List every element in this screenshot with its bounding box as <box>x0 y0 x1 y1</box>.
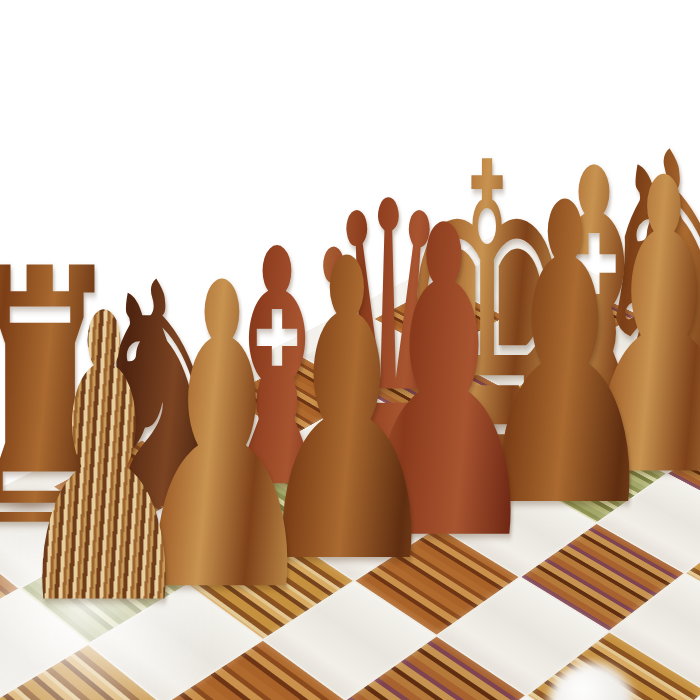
chess-set-product-photo: ♞♝♚♛♟♝♟♞♜♟♟♟♟ <box>0 0 700 700</box>
piece-pawn-a2[interactable]: ♟ <box>12 263 197 659</box>
